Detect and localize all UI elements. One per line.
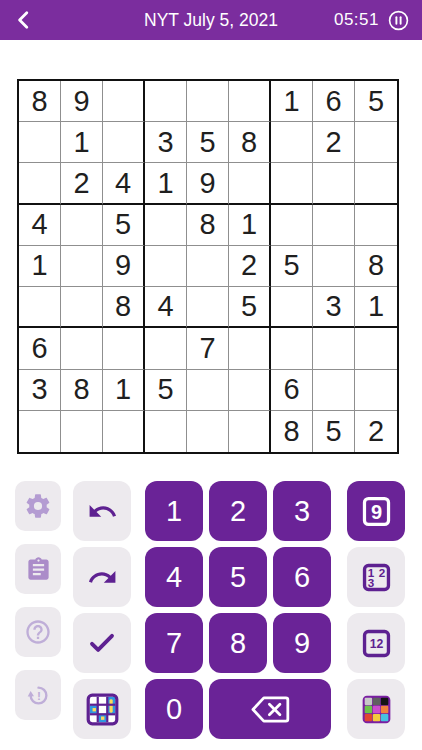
sudoku-cell-r7c1[interactable]: 6 [19,328,61,369]
sudoku-cell-r1c1[interactable]: 8 [19,81,61,122]
corner-notes-icon: 1 2 3 [359,560,394,595]
sudoku-cell-r5c3[interactable]: 9 [103,246,145,287]
settings-button[interactable] [15,481,61,531]
sudoku-cell-r4c3[interactable]: 5 [103,205,145,246]
sudoku-cell-r4c1[interactable]: 4 [19,205,61,246]
timer: 05:51 [334,10,379,30]
sudoku-cell-r7c2[interactable] [61,328,103,369]
key-2[interactable]: 2 [209,481,267,541]
corner-notes-mode-button[interactable]: 1 2 3 [347,547,405,607]
topbar-right: 05:51 [334,9,410,32]
restart-icon: ! [25,682,52,709]
sudoku-cell-r1c9[interactable]: 5 [355,81,397,122]
sudoku-cell-r2c5[interactable]: 5 [187,122,229,163]
clipboard-icon [25,556,52,583]
pause-button[interactable] [387,9,410,32]
mode-column: 9 1 2 3 12 [347,481,405,739]
check-button[interactable] [73,613,131,673]
sudoku-cell-r8c3[interactable]: 1 [103,370,145,411]
sudoku-cell-r3c8[interactable] [313,163,355,204]
sudoku-cell-r9c2[interactable] [61,411,103,452]
svg-text:9: 9 [370,501,381,523]
highlight-grid-button[interactable] [73,679,131,739]
pause-circle-icon [387,9,410,32]
svg-text:2: 2 [378,565,385,578]
key-3[interactable]: 3 [273,481,331,541]
svg-text:3: 3 [367,576,374,589]
key-4[interactable]: 4 [145,547,203,607]
sudoku-cell-r3c9[interactable] [355,163,397,204]
sudoku-cell-r7c9[interactable] [355,328,397,369]
sudoku-cell-r3c7[interactable] [271,163,313,204]
sudoku-cell-r4c9[interactable] [355,205,397,246]
sudoku-cell-r7c7[interactable] [271,328,313,369]
sudoku-cell-r8c1[interactable]: 3 [19,370,61,411]
sudoku-cell-r6c3[interactable]: 8 [103,287,145,328]
sudoku-cell-r6c1[interactable] [19,287,61,328]
sudoku-cell-r6c5[interactable] [187,287,229,328]
sudoku-cell-r5c9[interactable]: 8 [355,246,397,287]
sudoku-cell-r3c1[interactable] [19,163,61,204]
sudoku-cell-r5c7[interactable]: 5 [271,246,313,287]
sudoku-cell-r8c8[interactable] [313,370,355,411]
sudoku-cell-r3c2[interactable]: 2 [61,163,103,204]
numpad: 1 2 3 4 5 6 7 8 9 0 [145,481,331,739]
sudoku-cell-r2c3[interactable] [103,122,145,163]
sudoku-cell-r3c4[interactable]: 1 [145,163,187,204]
gear-icon [24,492,52,520]
top-bar: NYT July 5, 2021 05:51 [0,0,422,40]
center-notes-icon: 12 [359,626,394,661]
sudoku-cell-r1c7[interactable]: 1 [271,81,313,122]
sudoku-cell-r5c2[interactable] [61,246,103,287]
check-icon [86,627,118,659]
notes-button[interactable] [15,544,61,594]
key-9[interactable]: 9 [273,613,331,673]
sudoku-cell-r9c6[interactable] [229,411,271,452]
sudoku-cell-r2c7[interactable] [271,122,313,163]
help-icon [24,618,52,646]
back-button[interactable] [12,8,36,32]
sudoku-cell-r8c9[interactable] [355,370,397,411]
sudoku-cell-r8c5[interactable] [187,370,229,411]
sudoku-cell-r5c6[interactable]: 2 [229,246,271,287]
sudoku-cell-r7c6[interactable] [229,328,271,369]
sudoku-cell-r3c3[interactable]: 4 [103,163,145,204]
sudoku-cell-r2c8[interactable]: 2 [313,122,355,163]
sudoku-cell-r4c7[interactable] [271,205,313,246]
sudoku-cell-r6c7[interactable] [271,287,313,328]
undo-button[interactable] [73,481,131,541]
sudoku-cell-r4c5[interactable]: 8 [187,205,229,246]
sudoku-cell-r4c2[interactable] [61,205,103,246]
sudoku-cell-r6c6[interactable]: 5 [229,287,271,328]
sudoku-cell-r1c5[interactable] [187,81,229,122]
sudoku-cell-r2c4[interactable]: 3 [145,122,187,163]
middle-tool-column [73,481,131,739]
sudoku-cell-r7c4[interactable] [145,328,187,369]
sudoku-cell-r6c2[interactable] [61,287,103,328]
highlight-grid-icon [85,692,120,727]
sudoku-cell-r7c8[interactable] [313,328,355,369]
svg-text:!: ! [36,689,40,703]
sudoku-board: 89165135822419458119258845316738156852 [17,79,399,454]
color-palette-icon [359,692,394,727]
backspace-icon [249,694,291,725]
sudoku-cell-r8c2[interactable]: 8 [61,370,103,411]
sudoku-cell-r6c4[interactable]: 4 [145,287,187,328]
redo-button[interactable] [73,547,131,607]
sudoku-cell-r9c9[interactable]: 2 [355,411,397,452]
key-8[interactable]: 8 [209,613,267,673]
sudoku-cell-r3c5[interactable]: 9 [187,163,229,204]
sudoku-cell-r3c6[interactable] [229,163,271,204]
page-title: NYT July 5, 2021 [144,0,278,40]
sudoku-cell-r8c6[interactable] [229,370,271,411]
key-5[interactable]: 5 [209,547,267,607]
key-6[interactable]: 6 [273,547,331,607]
sudoku-cell-r9c3[interactable] [103,411,145,452]
sudoku-cell-r1c4[interactable] [145,81,187,122]
sudoku-cell-r5c4[interactable] [145,246,187,287]
keypad: ! [15,481,422,739]
sudoku-cell-r8c4[interactable]: 5 [145,370,187,411]
sudoku-app: NYT July 5, 2021 05:51 89165135822419458… [0,0,422,750]
sudoku-cell-r1c3[interactable] [103,81,145,122]
sudoku-cell-r4c4[interactable] [145,205,187,246]
sudoku-cell-r5c8[interactable] [313,246,355,287]
sudoku-cell-r2c9[interactable] [355,122,397,163]
backspace-key[interactable] [209,679,331,739]
sudoku-cell-r9c5[interactable] [187,411,229,452]
sudoku-cell-r2c2[interactable]: 1 [61,122,103,163]
sudoku-cell-r6c8[interactable]: 3 [313,287,355,328]
sudoku-cell-r5c5[interactable] [187,246,229,287]
key-0[interactable]: 0 [145,679,203,739]
normal-mode-9-icon: 9 [358,493,395,530]
sudoku-cell-r4c6[interactable]: 1 [229,205,271,246]
sudoku-cell-r2c6[interactable]: 8 [229,122,271,163]
color-mode-button[interactable] [347,679,405,739]
sudoku-cell-r1c8[interactable]: 6 [313,81,355,122]
sudoku-cell-r1c6[interactable] [229,81,271,122]
sudoku-cell-r9c7[interactable]: 8 [271,411,313,452]
sudoku-cell-r8c7[interactable]: 6 [271,370,313,411]
undo-icon [87,496,118,527]
restart-button[interactable]: ! [15,670,61,720]
sudoku-cell-r9c8[interactable]: 5 [313,411,355,452]
center-notes-mode-button[interactable]: 12 [347,613,405,673]
help-button[interactable] [15,607,61,657]
sudoku-cell-r7c3[interactable] [103,328,145,369]
sudoku-cell-r7c5[interactable]: 7 [187,328,229,369]
sudoku-cell-r2c1[interactable] [19,122,61,163]
key-1[interactable]: 1 [145,481,203,541]
key-7[interactable]: 7 [145,613,203,673]
chevron-left-icon [12,8,36,32]
sudoku-cell-r6c9[interactable]: 1 [355,287,397,328]
svg-text:12: 12 [369,637,383,651]
sudoku-cell-r1c2[interactable]: 9 [61,81,103,122]
sudoku-cell-r9c4[interactable] [145,411,187,452]
sudoku-cell-r5c1[interactable]: 1 [19,246,61,287]
left-tool-column: ! [15,481,61,720]
redo-icon [87,562,118,593]
sudoku-cell-r4c8[interactable] [313,205,355,246]
normal-mode-button[interactable]: 9 [347,481,405,541]
sudoku-cell-r9c1[interactable] [19,411,61,452]
